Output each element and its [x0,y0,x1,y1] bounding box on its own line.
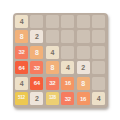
empty-cell-r5c6 [92,77,105,90]
tile-4-r6c6: 4 [92,92,105,105]
tile-2-r2c2: 2 [30,30,43,43]
tile-4-r4c4: 4 [61,61,74,74]
tile-8-r3c2: 8 [30,46,43,59]
empty-cell-r1c3 [46,15,59,28]
empty-cell-r1c4 [61,15,74,28]
tile-128-r6c3: 128 [46,92,59,105]
empty-cell-r3c4 [61,46,74,59]
tile-32-r4c2: 32 [30,61,43,74]
tile-8-r4c3: 8 [46,61,59,74]
tile-64-r4c1: 64 [15,61,28,74]
game-board-2048[interactable]: 4823284643284246432168512212832164 [13,13,108,108]
empty-cell-r4c6 [92,61,105,74]
empty-cell-r3c5 [77,46,90,59]
tile-16-r5c4: 16 [61,77,74,90]
tile-32-r3c1: 32 [15,46,28,59]
tile-32-r5c3: 32 [46,77,59,90]
empty-cell-r1c2 [30,15,43,28]
tile-4-r5c1: 4 [15,77,28,90]
tile-2-r6c2: 2 [30,92,43,105]
empty-cell-r3c6 [92,46,105,59]
app-background: 4823284643284246432168512212832164 [0,0,120,120]
empty-cell-r2c4 [61,30,74,43]
tile-4-r3c3: 4 [46,46,59,59]
tile-32-r6c4: 32 [61,92,74,105]
empty-cell-r2c6 [92,30,105,43]
tile-64-r5c2: 64 [30,77,43,90]
tile-2-r4c5: 2 [77,61,90,74]
empty-cell-r2c3 [46,30,59,43]
empty-cell-r1c5 [77,15,90,28]
tile-16-r6c5: 16 [77,92,90,105]
empty-cell-r2c5 [77,30,90,43]
tile-8-r2c1: 8 [15,30,28,43]
tile-8-r5c5: 8 [77,77,90,90]
tile-4-r1c1: 4 [15,15,28,28]
tile-512-r6c1: 512 [15,92,28,105]
empty-cell-r1c6 [92,15,105,28]
